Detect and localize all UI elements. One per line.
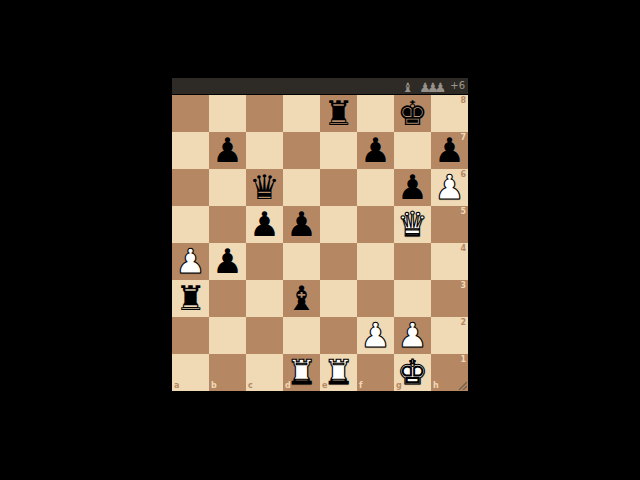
square-b7[interactable]: ♟ (209, 132, 246, 169)
square-f4[interactable] (357, 243, 394, 280)
square-b2[interactable] (209, 317, 246, 354)
square-a5[interactable] (172, 206, 209, 243)
square-d8[interactable] (283, 95, 320, 132)
square-f2[interactable]: ♟ (357, 317, 394, 354)
square-h5[interactable]: 5 (431, 206, 468, 243)
square-g4[interactable] (394, 243, 431, 280)
square-e7[interactable] (320, 132, 357, 169)
square-g5[interactable]: ♛ (394, 206, 431, 243)
black-pawn-b4[interactable]: ♟ (209, 243, 246, 280)
square-e2[interactable] (320, 317, 357, 354)
chess-board: ♜♚8♟♟7♟♛♟6♟♟♟♛5♟♟4♜♝3♟♟2abcd♜e♜fg♚1h (172, 95, 468, 391)
square-g6[interactable]: ♟ (394, 169, 431, 206)
square-c4[interactable] (246, 243, 283, 280)
square-d2[interactable] (283, 317, 320, 354)
square-g1[interactable]: g♚ (394, 354, 431, 391)
square-g3[interactable] (394, 280, 431, 317)
white-pawn-f2[interactable]: ♟ (357, 317, 394, 354)
white-pawn-g2[interactable]: ♟ (394, 317, 431, 354)
white-rook-d1[interactable]: ♜ (283, 354, 320, 391)
square-f1[interactable]: f (357, 354, 394, 391)
square-h4[interactable]: 4 (431, 243, 468, 280)
white-pawn-a4[interactable]: ♟ (172, 243, 209, 280)
file-label-a: a (174, 381, 179, 390)
square-c8[interactable] (246, 95, 283, 132)
square-a7[interactable] (172, 132, 209, 169)
file-label-f: f (359, 381, 362, 390)
file-label-h: h (433, 381, 439, 390)
square-c3[interactable] (246, 280, 283, 317)
white-rook-e1[interactable]: ♜ (320, 354, 357, 391)
square-a6[interactable] (172, 169, 209, 206)
square-d4[interactable] (283, 243, 320, 280)
square-d6[interactable] (283, 169, 320, 206)
square-f7[interactable]: ♟ (357, 132, 394, 169)
square-c2[interactable] (246, 317, 283, 354)
square-c5[interactable]: ♟ (246, 206, 283, 243)
square-b5[interactable] (209, 206, 246, 243)
square-e8[interactable]: ♜ (320, 95, 357, 132)
square-c1[interactable]: c (246, 354, 283, 391)
capture-tray: ♝♟♟♟ +6 (172, 78, 468, 94)
square-c7[interactable] (246, 132, 283, 169)
square-h7[interactable]: 7♟ (431, 132, 468, 169)
white-king-g1[interactable]: ♚ (394, 354, 431, 391)
square-b8[interactable] (209, 95, 246, 132)
square-b1[interactable]: b (209, 354, 246, 391)
square-c6[interactable]: ♛ (246, 169, 283, 206)
rank-label-8: 8 (460, 96, 466, 105)
board-resize-handle[interactable] (457, 380, 467, 390)
file-label-c: c (248, 381, 253, 390)
square-d3[interactable]: ♝ (283, 280, 320, 317)
square-d5[interactable]: ♟ (283, 206, 320, 243)
letterbox-background: ♝♟♟♟ +6 ♜♚8♟♟7♟♛♟6♟♟♟♛5♟♟4♜♝3♟♟2abcd♜e♜f… (0, 0, 640, 480)
black-king-g8[interactable]: ♚ (394, 95, 431, 132)
black-pawn-f7[interactable]: ♟ (357, 132, 394, 169)
white-pawn-h6[interactable]: ♟ (431, 169, 468, 206)
square-e6[interactable] (320, 169, 357, 206)
square-f6[interactable] (357, 169, 394, 206)
black-pawn-h7[interactable]: ♟ (431, 132, 468, 169)
square-f3[interactable] (357, 280, 394, 317)
square-b6[interactable] (209, 169, 246, 206)
square-d1[interactable]: d♜ (283, 354, 320, 391)
rank-label-1: 1 (460, 355, 466, 364)
square-e5[interactable] (320, 206, 357, 243)
black-bishop-d3[interactable]: ♝ (283, 280, 320, 317)
square-f5[interactable] (357, 206, 394, 243)
square-h3[interactable]: 3 (431, 280, 468, 317)
captured-pawn-icon: ♟ (435, 80, 447, 96)
square-h8[interactable]: 8 (431, 95, 468, 132)
black-rook-a3[interactable]: ♜ (172, 280, 209, 317)
black-pawn-d5[interactable]: ♟ (283, 206, 320, 243)
square-h6[interactable]: 6♟ (431, 169, 468, 206)
square-a3[interactable]: ♜ (172, 280, 209, 317)
square-e3[interactable] (320, 280, 357, 317)
square-h2[interactable]: 2 (431, 317, 468, 354)
black-rook-e8[interactable]: ♜ (320, 95, 357, 132)
material-advantage: +6 (450, 78, 465, 94)
rank-label-3: 3 (460, 281, 466, 290)
square-a4[interactable]: ♟ (172, 243, 209, 280)
black-pawn-g6[interactable]: ♟ (394, 169, 431, 206)
square-g2[interactable]: ♟ (394, 317, 431, 354)
black-queen-c6[interactable]: ♛ (246, 169, 283, 206)
square-g7[interactable] (394, 132, 431, 169)
square-e4[interactable] (320, 243, 357, 280)
square-a8[interactable] (172, 95, 209, 132)
square-a2[interactable] (172, 317, 209, 354)
file-label-b: b (211, 381, 217, 390)
square-b4[interactable]: ♟ (209, 243, 246, 280)
rank-label-5: 5 (460, 207, 466, 216)
square-g8[interactable]: ♚ (394, 95, 431, 132)
square-a1[interactable]: a (172, 354, 209, 391)
black-pawn-c5[interactable]: ♟ (246, 206, 283, 243)
black-pawn-b7[interactable]: ♟ (209, 132, 246, 169)
square-f8[interactable] (357, 95, 394, 132)
square-b3[interactable] (209, 280, 246, 317)
rank-label-4: 4 (460, 244, 466, 253)
square-d7[interactable] (283, 132, 320, 169)
white-queen-g5[interactable]: ♛ (394, 206, 431, 243)
rank-label-2: 2 (460, 318, 466, 327)
square-e1[interactable]: e♜ (320, 354, 357, 391)
